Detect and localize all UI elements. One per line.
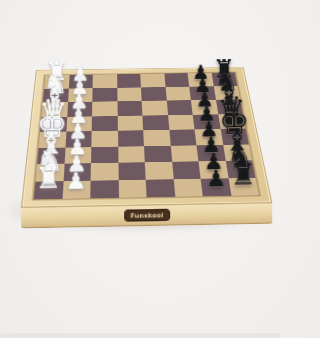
- board-square: [117, 130, 144, 146]
- board-square: [146, 179, 175, 197]
- brand-label: Funskool: [124, 209, 169, 222]
- board-square: [43, 88, 69, 102]
- board-square: [118, 179, 146, 197]
- board-square: [215, 99, 242, 114]
- board-square: [90, 180, 118, 198]
- board-square: [118, 146, 145, 163]
- board-square: [218, 114, 246, 129]
- board-square: [193, 114, 220, 129]
- board-square: [92, 116, 118, 131]
- board-square: [164, 73, 189, 87]
- board-square: [188, 73, 214, 87]
- board-square: [172, 161, 201, 179]
- board-square: [63, 163, 91, 181]
- board-square: [225, 160, 255, 177]
- board-square: [142, 101, 168, 116]
- board-square: [40, 117, 67, 132]
- board-square: [117, 101, 142, 116]
- board-square: [196, 145, 225, 162]
- board-square: [223, 144, 252, 161]
- scene: Funskool ♜♞♝♛♚♝♞♜♟♟♟♟♟♟♟♟♟♟♟♟♟♟♟♟♜♞♝♛♚♝♞…: [0, 0, 280, 338]
- board-square: [117, 74, 141, 88]
- board-square: [34, 181, 63, 199]
- board-square: [140, 74, 165, 88]
- board-square: [92, 88, 117, 102]
- board-square: [198, 161, 228, 179]
- board-square: [91, 146, 118, 163]
- board-square: [191, 100, 218, 115]
- board-square: [145, 162, 173, 180]
- board-square: [118, 162, 146, 180]
- board-square: [39, 132, 66, 148]
- board-square: [37, 147, 65, 164]
- board-square: [91, 131, 117, 147]
- board-square: [35, 164, 64, 182]
- board-square: [65, 131, 92, 147]
- checkerboard: [34, 72, 259, 199]
- board-square: [165, 86, 191, 100]
- board-square: [201, 178, 231, 196]
- board-square: [228, 177, 259, 195]
- board-square: [91, 163, 119, 181]
- board-square: [143, 130, 170, 146]
- board-square: [170, 145, 198, 162]
- board-square: [189, 86, 215, 100]
- board-square: [220, 129, 249, 145]
- board-square: [141, 87, 166, 101]
- board-square: [67, 102, 93, 117]
- board-square: [68, 88, 93, 102]
- board-square: [64, 147, 91, 164]
- chess-board-tray: Funskool ♜♞♝♛♚♝♞♜♟♟♟♟♟♟♟♟♟♟♟♟♟♟♟♟♜♞♝♛♚♝♞…: [22, 67, 271, 206]
- board-square: [166, 100, 192, 115]
- board-square: [144, 145, 172, 162]
- board-square: [93, 74, 117, 88]
- board-square: [195, 129, 223, 145]
- board-square: [117, 115, 143, 130]
- board-square: [92, 101, 117, 116]
- board-square: [41, 102, 67, 117]
- board-square: [211, 72, 237, 86]
- photo-bottom-strip: [0, 333, 280, 338]
- board-square: [66, 116, 92, 131]
- board-square: [62, 180, 91, 198]
- board-square: [142, 115, 168, 130]
- board-square: [44, 75, 69, 89]
- board-square: [213, 86, 240, 100]
- tray-front-edge: Funskool: [21, 202, 273, 228]
- board-square: [169, 129, 197, 145]
- board-square: [117, 87, 142, 101]
- board-square: [168, 114, 195, 129]
- board-square: [173, 178, 203, 196]
- board-square: [68, 75, 92, 89]
- product-photo: Funskool ♜♞♝♛♚♝♞♜♟♟♟♟♟♟♟♟♟♟♟♟♟♟♟♟♜♞♝♛♚♝♞…: [0, 0, 280, 338]
